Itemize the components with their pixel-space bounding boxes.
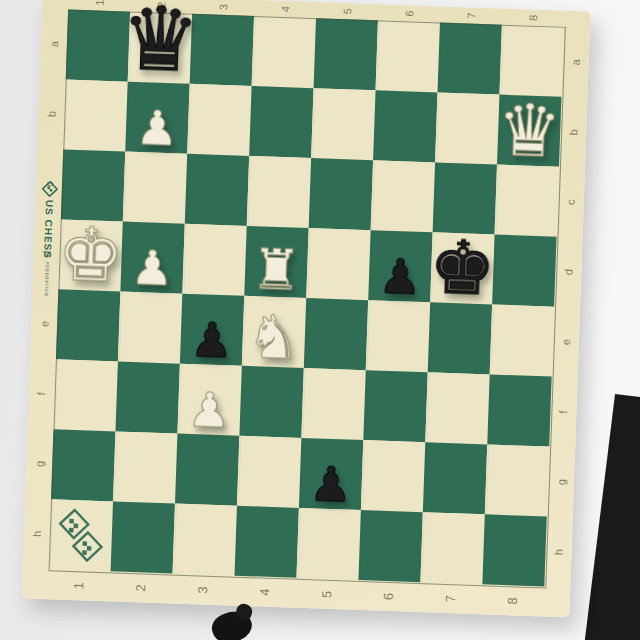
square-e1[interactable] [56, 289, 120, 361]
rank-label-7-bottom: 7 [419, 582, 482, 614]
square-c4[interactable] [247, 156, 311, 228]
file-label-d-right: d [554, 237, 582, 308]
file-label-g-right: g [547, 447, 575, 518]
chess-board-mat: US CHESS FEDERATION 12345678a♛ab♟♛bccd♚♟… [22, 0, 591, 617]
square-h1[interactable] [49, 499, 113, 571]
square-h4[interactable] [235, 506, 299, 578]
table-dark-edge [574, 394, 640, 640]
square-f3[interactable]: ♟ [177, 364, 241, 436]
rank-label-2-bottom: 2 [110, 571, 173, 603]
square-b7[interactable] [435, 92, 499, 164]
piece-black-queen[interactable]: ♛ [119, 0, 201, 83]
file-label-a-right: a [561, 27, 589, 98]
square-e3[interactable]: ♟ [180, 294, 244, 366]
square-b8[interactable]: ♛ [497, 95, 561, 167]
rank-label-1-bottom: 1 [48, 569, 111, 601]
square-e6[interactable] [366, 300, 430, 372]
file-label-h-right: h [544, 517, 572, 588]
square-a6[interactable] [376, 20, 440, 92]
square-h6[interactable] [358, 510, 422, 582]
piece-white-rook[interactable]: ♜ [250, 242, 302, 297]
file-label-a-left: a [40, 9, 68, 80]
file-label-f-left: f [28, 358, 56, 429]
square-d8[interactable] [492, 235, 556, 307]
file-label-h-left: h [23, 498, 51, 569]
file-label-c-right: c [557, 167, 585, 238]
piece-black-pawn[interactable]: ♟ [308, 462, 353, 509]
mat-corner [543, 586, 570, 617]
square-e7[interactable] [428, 302, 492, 374]
mat-corner [22, 568, 49, 599]
square-d5[interactable] [306, 228, 370, 300]
square-f2[interactable] [115, 361, 179, 433]
square-f4[interactable] [239, 366, 303, 438]
square-d2[interactable]: ♟ [120, 222, 184, 294]
us-chess-knight-logo-icon [42, 181, 59, 198]
square-f1[interactable] [54, 359, 118, 431]
square-d3[interactable] [182, 224, 246, 296]
square-b2[interactable]: ♟ [125, 82, 189, 154]
square-e2[interactable] [118, 292, 182, 364]
rank-label-6-bottom: 6 [357, 580, 420, 612]
square-h3[interactable] [173, 504, 237, 576]
brand-subtext: FEDERATION [44, 262, 50, 297]
piece-white-pawn[interactable]: ♟ [130, 245, 175, 292]
file-label-e-right: e [552, 307, 580, 378]
file-label-b-left: b [37, 79, 65, 150]
square-b4[interactable] [249, 86, 313, 158]
brand-text: US CHESS [42, 200, 55, 259]
square-c6[interactable] [371, 160, 435, 232]
piece-white-queen[interactable]: ♛ [496, 95, 563, 166]
square-a4[interactable] [252, 16, 316, 88]
file-label-e-left: e [30, 288, 58, 359]
file-label-g-left: g [25, 428, 53, 499]
square-d6[interactable]: ♟ [368, 230, 432, 302]
square-a8[interactable] [499, 25, 563, 97]
square-f5[interactable] [301, 368, 365, 440]
rank-label-5-bottom: 5 [295, 578, 358, 610]
piece-black-pawn[interactable]: ♟ [189, 317, 234, 364]
piece-black-pawn[interactable]: ♟ [378, 254, 423, 301]
piece-black-king[interactable]: ♚ [428, 231, 497, 304]
square-h7[interactable] [420, 512, 484, 584]
square-e5[interactable] [304, 298, 368, 370]
square-g1[interactable] [51, 429, 115, 501]
square-d1[interactable]: ♚ [58, 219, 122, 291]
piece-white-pawn[interactable]: ♟ [187, 387, 232, 434]
square-h5[interactable] [296, 508, 360, 580]
square-c2[interactable] [123, 152, 187, 224]
square-a7[interactable] [437, 23, 501, 95]
square-h2[interactable] [111, 501, 175, 573]
square-d4[interactable]: ♜ [244, 226, 308, 298]
file-label-f-right: f [549, 377, 577, 448]
piece-white-knight[interactable]: ♞ [246, 308, 302, 367]
piece-white-pawn[interactable]: ♟ [135, 105, 180, 152]
square-g6[interactable] [361, 440, 425, 512]
square-a2[interactable]: ♛ [128, 12, 192, 84]
square-b6[interactable] [373, 90, 437, 162]
square-e4[interactable]: ♞ [242, 296, 306, 368]
square-g4[interactable] [237, 436, 301, 508]
rank-label-8-bottom: 8 [481, 584, 544, 616]
square-c3[interactable] [185, 154, 249, 226]
square-b5[interactable] [311, 88, 375, 160]
square-g5[interactable]: ♟ [299, 438, 363, 510]
square-f6[interactable] [363, 370, 427, 442]
square-g2[interactable] [113, 431, 177, 503]
square-e8[interactable] [490, 304, 554, 376]
square-a5[interactable] [314, 18, 378, 90]
square-c8[interactable] [495, 165, 559, 237]
piece-white-king[interactable]: ♚ [56, 218, 125, 291]
square-g3[interactable] [175, 434, 239, 506]
square-f7[interactable] [425, 372, 489, 444]
square-h8[interactable] [482, 514, 546, 586]
rank-label-3-bottom: 3 [172, 574, 235, 606]
square-g8[interactable] [485, 444, 549, 516]
square-d7[interactable]: ♚ [430, 232, 494, 304]
us-chess-branding: US CHESS FEDERATION [34, 181, 62, 298]
file-label-b-right: b [559, 97, 587, 168]
square-c5[interactable] [309, 158, 373, 230]
square-f8[interactable] [487, 374, 551, 446]
square-b1[interactable] [63, 79, 127, 151]
square-b3[interactable] [187, 84, 251, 156]
square-g7[interactable] [423, 442, 487, 514]
mat-corner [564, 11, 591, 28]
